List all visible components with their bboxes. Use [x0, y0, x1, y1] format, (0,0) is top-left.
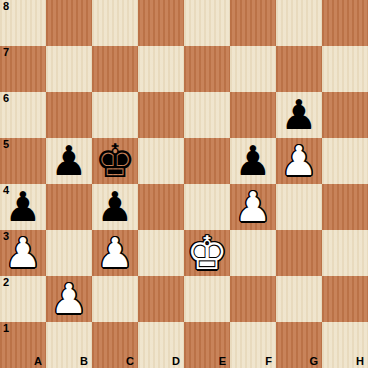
square-g7[interactable]	[276, 46, 322, 92]
square-g8[interactable]	[276, 0, 322, 46]
white-pawn-icon: ♟	[51, 276, 88, 322]
rank-label-1: 1	[3, 322, 9, 335]
square-c8[interactable]	[92, 0, 138, 46]
square-d3[interactable]	[138, 230, 184, 276]
square-f3[interactable]	[230, 230, 276, 276]
square-h8[interactable]	[322, 0, 368, 46]
square-g2[interactable]	[276, 276, 322, 322]
white-king-icon: ♚	[186, 230, 227, 276]
square-g4[interactable]	[276, 184, 322, 230]
file-label-a: A	[34, 355, 42, 367]
white-pawn-icon: ♟	[97, 230, 134, 276]
square-g1[interactable]: G	[276, 322, 322, 368]
square-h4[interactable]	[322, 184, 368, 230]
square-e8[interactable]	[184, 0, 230, 46]
square-f4[interactable]: ♟	[230, 184, 276, 230]
square-a3[interactable]: 3♟	[0, 230, 46, 276]
square-g3[interactable]	[276, 230, 322, 276]
square-e5[interactable]	[184, 138, 230, 184]
square-d5[interactable]	[138, 138, 184, 184]
square-c3[interactable]: ♟	[92, 230, 138, 276]
square-a5[interactable]: 5	[0, 138, 46, 184]
square-d8[interactable]	[138, 0, 184, 46]
rank-label-5: 5	[3, 138, 9, 151]
square-b8[interactable]	[46, 0, 92, 46]
square-f5[interactable]: ♟	[230, 138, 276, 184]
square-e1[interactable]: E	[184, 322, 230, 368]
file-label-f: F	[265, 355, 272, 367]
square-f2[interactable]	[230, 276, 276, 322]
file-label-g: G	[309, 355, 318, 367]
file-label-c: C	[126, 355, 134, 367]
file-label-b: B	[80, 355, 88, 367]
square-d1[interactable]: D	[138, 322, 184, 368]
square-e6[interactable]	[184, 92, 230, 138]
square-a6[interactable]: 6	[0, 92, 46, 138]
square-a2[interactable]: 2	[0, 276, 46, 322]
file-label-d: D	[172, 355, 180, 367]
square-e2[interactable]	[184, 276, 230, 322]
square-b5[interactable]: ♟	[46, 138, 92, 184]
square-f1[interactable]: F	[230, 322, 276, 368]
square-h3[interactable]	[322, 230, 368, 276]
rank-label-6: 6	[3, 92, 9, 105]
square-f7[interactable]	[230, 46, 276, 92]
white-pawn-icon: ♟	[281, 138, 318, 184]
square-e7[interactable]	[184, 46, 230, 92]
black-pawn-icon: ♟	[97, 184, 134, 230]
square-b7[interactable]	[46, 46, 92, 92]
square-g6[interactable]: ♟	[276, 92, 322, 138]
black-pawn-icon: ♟	[5, 184, 42, 230]
square-e4[interactable]	[184, 184, 230, 230]
square-a1[interactable]: 1A	[0, 322, 46, 368]
square-c7[interactable]	[92, 46, 138, 92]
square-h2[interactable]	[322, 276, 368, 322]
black-king-icon: ♚	[94, 138, 135, 184]
square-b3[interactable]	[46, 230, 92, 276]
square-d6[interactable]	[138, 92, 184, 138]
square-c1[interactable]: C	[92, 322, 138, 368]
square-c4[interactable]: ♟	[92, 184, 138, 230]
black-pawn-icon: ♟	[235, 138, 272, 184]
white-pawn-icon: ♟	[235, 184, 272, 230]
square-d7[interactable]	[138, 46, 184, 92]
square-c6[interactable]	[92, 92, 138, 138]
square-d2[interactable]	[138, 276, 184, 322]
rank-label-7: 7	[3, 46, 9, 59]
square-c2[interactable]	[92, 276, 138, 322]
square-h1[interactable]: H	[322, 322, 368, 368]
square-b4[interactable]	[46, 184, 92, 230]
square-a4[interactable]: 4♟	[0, 184, 46, 230]
square-a7[interactable]: 7	[0, 46, 46, 92]
square-g5[interactable]: ♟	[276, 138, 322, 184]
square-a8[interactable]: 8	[0, 0, 46, 46]
square-c5[interactable]: ♚	[92, 138, 138, 184]
rank-label-2: 2	[3, 276, 9, 289]
square-h5[interactable]	[322, 138, 368, 184]
square-d4[interactable]	[138, 184, 184, 230]
white-pawn-icon: ♟	[5, 230, 42, 276]
square-e3[interactable]: ♚	[184, 230, 230, 276]
square-f8[interactable]	[230, 0, 276, 46]
square-h7[interactable]	[322, 46, 368, 92]
black-pawn-icon: ♟	[281, 92, 318, 138]
rank-label-8: 8	[3, 0, 9, 13]
square-b1[interactable]: B	[46, 322, 92, 368]
file-label-h: H	[356, 355, 364, 367]
square-b6[interactable]	[46, 92, 92, 138]
square-h6[interactable]	[322, 92, 368, 138]
black-pawn-icon: ♟	[51, 138, 88, 184]
chess-board: 876♟5♟♚♟♟4♟♟♟3♟♟♚2♟1ABCDEFGH	[0, 0, 368, 368]
square-b2[interactable]: ♟	[46, 276, 92, 322]
square-f6[interactable]	[230, 92, 276, 138]
file-label-e: E	[219, 355, 226, 367]
